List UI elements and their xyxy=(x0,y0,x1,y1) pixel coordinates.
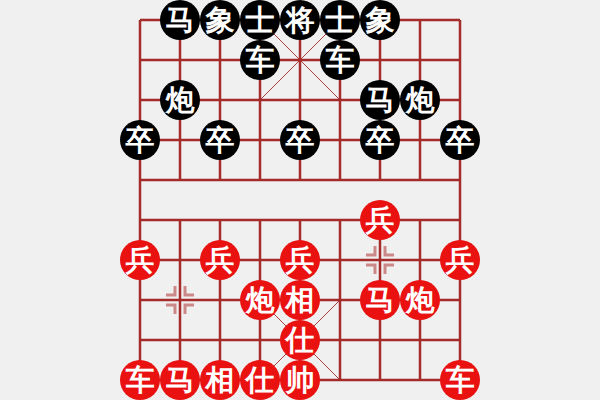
black-soldier[interactable]: 卒 xyxy=(120,120,160,160)
black-chariot[interactable]: 车 xyxy=(320,40,360,80)
red-chariot[interactable]: 车 xyxy=(120,360,160,400)
black-horse[interactable]: 马 xyxy=(160,0,200,40)
black-soldier[interactable]: 卒 xyxy=(360,120,400,160)
red-cannon[interactable]: 炮 xyxy=(240,280,280,320)
black-general[interactable]: 将 xyxy=(280,0,320,40)
red-horse[interactable]: 马 xyxy=(160,360,200,400)
red-soldier[interactable]: 兵 xyxy=(440,240,480,280)
red-advisor[interactable]: 仕 xyxy=(280,320,320,360)
red-soldier[interactable]: 兵 xyxy=(280,240,320,280)
black-cannon[interactable]: 炮 xyxy=(400,80,440,120)
black-horse[interactable]: 马 xyxy=(360,80,400,120)
black-soldier[interactable]: 卒 xyxy=(200,120,240,160)
black-chariot[interactable]: 车 xyxy=(240,40,280,80)
black-cannon[interactable]: 炮 xyxy=(160,80,200,120)
red-soldier[interactable]: 兵 xyxy=(120,240,160,280)
black-advisor[interactable]: 士 xyxy=(320,0,360,40)
red-cannon[interactable]: 炮 xyxy=(400,280,440,320)
black-elephant[interactable]: 象 xyxy=(360,0,400,40)
xiangqi-board[interactable]: 马象士将士象车车炮马炮卒卒卒卒卒兵兵兵兵兵炮相马炮仕车马相仕帅车 xyxy=(0,0,600,400)
black-elephant[interactable]: 象 xyxy=(200,0,240,40)
red-horse[interactable]: 马 xyxy=(360,280,400,320)
red-chariot[interactable]: 车 xyxy=(440,360,480,400)
black-soldier[interactable]: 卒 xyxy=(280,120,320,160)
black-advisor[interactable]: 士 xyxy=(240,0,280,40)
red-soldier[interactable]: 兵 xyxy=(360,200,400,240)
red-elephant[interactable]: 相 xyxy=(200,360,240,400)
red-general[interactable]: 帅 xyxy=(280,360,320,400)
red-soldier[interactable]: 兵 xyxy=(200,240,240,280)
red-elephant[interactable]: 相 xyxy=(280,280,320,320)
black-soldier[interactable]: 卒 xyxy=(440,120,480,160)
red-advisor[interactable]: 仕 xyxy=(240,360,280,400)
